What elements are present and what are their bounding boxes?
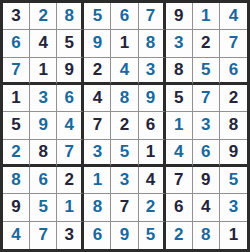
cell-r6c1[interactable]: 2 [3, 140, 30, 167]
cell-r3c7[interactable]: 8 [166, 58, 193, 85]
cell-r4c5[interactable]: 8 [111, 85, 138, 112]
cell-r2c4[interactable]: 9 [84, 30, 111, 57]
cell-r4c7[interactable]: 5 [166, 85, 193, 112]
cell-r3c3[interactable]: 9 [57, 58, 84, 85]
cell-r1c8[interactable]: 1 [193, 3, 220, 30]
cell-r9c7[interactable]: 2 [166, 222, 193, 249]
cell-r1c2[interactable]: 2 [30, 3, 57, 30]
cell-r3c6[interactable]: 3 [139, 58, 166, 85]
cell-r2c3[interactable]: 5 [57, 30, 84, 57]
cell-r6c5[interactable]: 5 [111, 140, 138, 167]
cell-r6c3[interactable]: 7 [57, 140, 84, 167]
cell-r5c4[interactable]: 7 [84, 112, 111, 139]
cell-r9c3[interactable]: 3 [57, 222, 84, 249]
cell-r1c6[interactable]: 7 [139, 3, 166, 30]
cell-r2c9[interactable]: 7 [220, 30, 247, 57]
cell-r2c6[interactable]: 8 [139, 30, 166, 57]
cell-r5c3[interactable]: 4 [57, 112, 84, 139]
cell-r6c4[interactable]: 3 [84, 140, 111, 167]
cell-r4c2[interactable]: 3 [30, 85, 57, 112]
cell-r3c1[interactable]: 7 [3, 58, 30, 85]
cell-r8c1[interactable]: 9 [3, 194, 30, 221]
cell-r5c8[interactable]: 3 [193, 112, 220, 139]
cell-r1c3[interactable]: 8 [57, 3, 84, 30]
cell-r8c5[interactable]: 7 [111, 194, 138, 221]
cell-r7c1[interactable]: 8 [3, 167, 30, 194]
cell-r1c5[interactable]: 6 [111, 3, 138, 30]
cell-r8c4[interactable]: 8 [84, 194, 111, 221]
cell-r7c2[interactable]: 6 [30, 167, 57, 194]
cell-r9c5[interactable]: 9 [111, 222, 138, 249]
cell-r9c8[interactable]: 8 [193, 222, 220, 249]
cell-r6c7[interactable]: 4 [166, 140, 193, 167]
cell-r8c3[interactable]: 1 [57, 194, 84, 221]
cell-r2c5[interactable]: 1 [111, 30, 138, 57]
cell-r3c4[interactable]: 2 [84, 58, 111, 85]
cell-r7c9[interactable]: 5 [220, 167, 247, 194]
cell-r4c8[interactable]: 7 [193, 85, 220, 112]
cell-r4c6[interactable]: 9 [139, 85, 166, 112]
cell-r3c8[interactable]: 5 [193, 58, 220, 85]
cell-r9c1[interactable]: 4 [3, 222, 30, 249]
cell-r1c4[interactable]: 5 [84, 3, 111, 30]
cell-r1c7[interactable]: 9 [166, 3, 193, 30]
cell-r5c2[interactable]: 9 [30, 112, 57, 139]
cell-r8c6[interactable]: 2 [139, 194, 166, 221]
cell-r6c9[interactable]: 9 [220, 140, 247, 167]
cell-r5c1[interactable]: 5 [3, 112, 30, 139]
cell-r7c3[interactable]: 2 [57, 167, 84, 194]
cell-r2c8[interactable]: 2 [193, 30, 220, 57]
cell-r9c9[interactable]: 1 [220, 222, 247, 249]
cell-r4c3[interactable]: 6 [57, 85, 84, 112]
cell-r9c6[interactable]: 5 [139, 222, 166, 249]
cell-r2c2[interactable]: 4 [30, 30, 57, 57]
cell-r7c5[interactable]: 3 [111, 167, 138, 194]
cell-r1c1[interactable]: 3 [3, 3, 30, 30]
cell-r7c7[interactable]: 7 [166, 167, 193, 194]
cell-r5c7[interactable]: 1 [166, 112, 193, 139]
cell-r4c1[interactable]: 1 [3, 85, 30, 112]
cell-r7c4[interactable]: 1 [84, 167, 111, 194]
cell-r1c9[interactable]: 4 [220, 3, 247, 30]
cell-r8c7[interactable]: 6 [166, 194, 193, 221]
cell-r7c6[interactable]: 4 [139, 167, 166, 194]
cell-r2c1[interactable]: 6 [3, 30, 30, 57]
cell-r9c2[interactable]: 7 [30, 222, 57, 249]
sudoku-board: 3285679146459183277192438561364895725947… [0, 0, 250, 252]
cell-r4c4[interactable]: 4 [84, 85, 111, 112]
cell-r3c5[interactable]: 4 [111, 58, 138, 85]
cell-r3c9[interactable]: 6 [220, 58, 247, 85]
cell-r6c2[interactable]: 8 [30, 140, 57, 167]
cell-r2c7[interactable]: 3 [166, 30, 193, 57]
cell-r8c8[interactable]: 4 [193, 194, 220, 221]
cell-r7c8[interactable]: 9 [193, 167, 220, 194]
cell-r5c5[interactable]: 2 [111, 112, 138, 139]
cell-r9c4[interactable]: 6 [84, 222, 111, 249]
cell-r6c6[interactable]: 1 [139, 140, 166, 167]
cell-r5c9[interactable]: 8 [220, 112, 247, 139]
cell-r6c8[interactable]: 6 [193, 140, 220, 167]
cell-r5c6[interactable]: 6 [139, 112, 166, 139]
cell-r4c9[interactable]: 2 [220, 85, 247, 112]
cell-r8c9[interactable]: 3 [220, 194, 247, 221]
cell-r3c2[interactable]: 1 [30, 58, 57, 85]
cell-r8c2[interactable]: 5 [30, 194, 57, 221]
